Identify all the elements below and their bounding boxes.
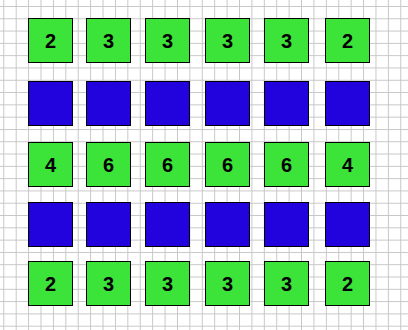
number-cell-r1c4[interactable]: 3 — [205, 18, 250, 63]
mine-cell-r2c2[interactable] — [86, 81, 131, 126]
mine-cell-r2c5[interactable] — [264, 81, 309, 126]
number-cell-r5c6[interactable]: 2 — [325, 261, 370, 306]
number-cell-r5c3[interactable]: 3 — [145, 261, 190, 306]
number-cell-r5c5[interactable]: 3 — [264, 261, 309, 306]
number-cell-r3c1[interactable]: 4 — [28, 142, 73, 187]
mine-cell-r2c6[interactable] — [325, 81, 370, 126]
mine-cell-r2c1[interactable] — [28, 81, 73, 126]
number-cell-r1c5[interactable]: 3 — [264, 18, 309, 63]
number-cell-r5c2[interactable]: 3 — [86, 261, 131, 306]
mine-cell-r4c2[interactable] — [86, 202, 131, 247]
number-cell-r5c1[interactable]: 2 — [28, 261, 73, 306]
number-cell-r1c6[interactable]: 2 — [325, 18, 370, 63]
mine-cell-r4c3[interactable] — [145, 202, 190, 247]
number-cell-r1c1[interactable]: 2 — [28, 18, 73, 63]
mine-cell-r4c5[interactable] — [264, 202, 309, 247]
mine-cell-r2c3[interactable] — [145, 81, 190, 126]
number-cell-r3c3[interactable]: 6 — [145, 142, 190, 187]
number-cell-r3c6[interactable]: 4 — [325, 142, 370, 187]
mine-cell-r4c6[interactable] — [325, 202, 370, 247]
mine-cell-r4c1[interactable] — [28, 202, 73, 247]
number-cell-r3c5[interactable]: 6 — [264, 142, 309, 187]
grid-paper-background: 233332466664233332 — [0, 0, 408, 330]
number-cell-r1c2[interactable]: 3 — [86, 18, 131, 63]
number-cell-r3c2[interactable]: 6 — [86, 142, 131, 187]
number-cell-r3c4[interactable]: 6 — [205, 142, 250, 187]
mine-cell-r4c4[interactable] — [205, 202, 250, 247]
number-cell-r5c4[interactable]: 3 — [205, 261, 250, 306]
mine-cell-r2c4[interactable] — [205, 81, 250, 126]
minesweeper-board: 233332466664233332 — [28, 18, 370, 306]
number-cell-r1c3[interactable]: 3 — [145, 18, 190, 63]
